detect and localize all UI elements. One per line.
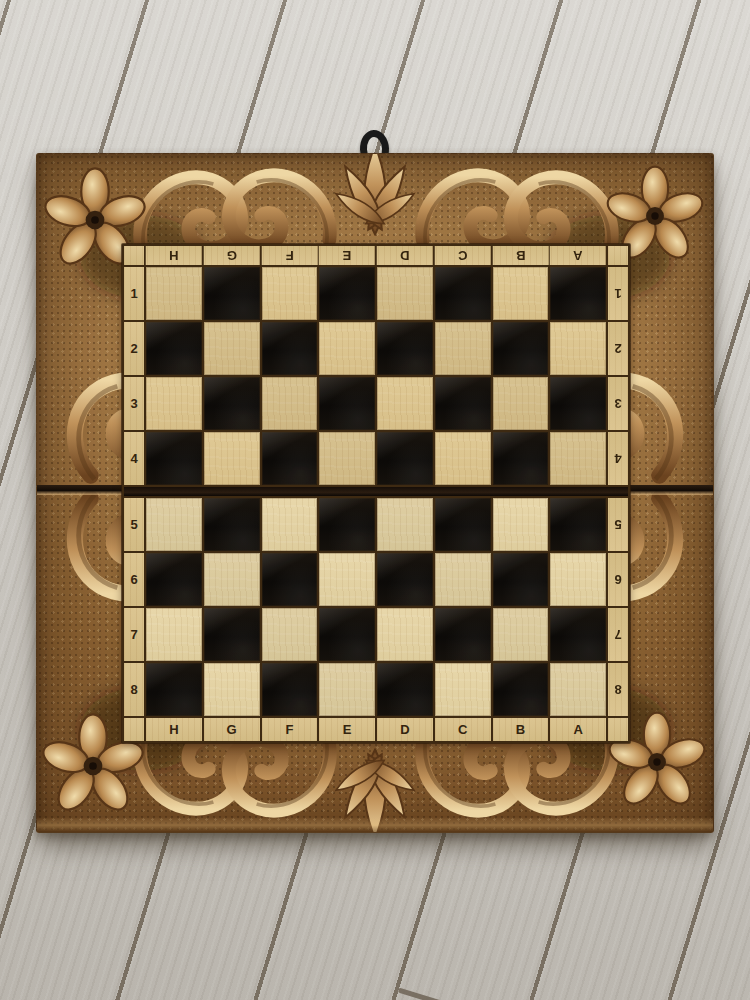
rank-label-right: 5 [608,498,628,551]
board-corner-cell [124,246,144,265]
square-e3[interactable] [319,377,375,430]
square-d2[interactable] [377,322,433,375]
square-a6[interactable] [550,553,606,606]
square-h3[interactable] [146,377,202,430]
square-c6[interactable] [435,553,491,606]
square-b6[interactable] [493,553,549,606]
chessboard: HGFEDCBA1122334455667788HGFEDCBA [122,244,630,743]
square-d5[interactable] [377,498,433,551]
square-h8[interactable] [146,663,202,716]
board-corner-cell [608,246,628,265]
square-b2[interactable] [493,322,549,375]
square-f2[interactable] [262,322,318,375]
rank-label-left: 4 [124,432,144,485]
square-b1[interactable] [493,267,549,320]
rank-label-left: 7 [124,608,144,661]
file-label-top: E [319,246,375,265]
rank-label-right: 1 [608,267,628,320]
file-label-bottom: D [377,718,433,741]
square-b7[interactable] [493,608,549,661]
square-b5[interactable] [493,498,549,551]
square-a5[interactable] [550,498,606,551]
file-label-top: G [204,246,260,265]
square-a4[interactable] [550,432,606,485]
file-label-bottom: B [493,718,549,741]
fold-seam-groove [124,487,628,496]
square-h4[interactable] [146,432,202,485]
square-g3[interactable] [204,377,260,430]
rank-label-left: 8 [124,663,144,716]
file-label-bottom: E [319,718,375,741]
file-label-bottom: C [435,718,491,741]
rank-label-left: 3 [124,377,144,430]
square-c1[interactable] [435,267,491,320]
file-label-top: H [146,246,202,265]
square-f8[interactable] [262,663,318,716]
square-e6[interactable] [319,553,375,606]
square-d8[interactable] [377,663,433,716]
square-g8[interactable] [204,663,260,716]
file-label-top: F [262,246,318,265]
square-g7[interactable] [204,608,260,661]
square-c7[interactable] [435,608,491,661]
square-c8[interactable] [435,663,491,716]
square-c3[interactable] [435,377,491,430]
rank-label-right: 6 [608,553,628,606]
chess-board-case: HGFEDCBA1122334455667788HGFEDCBA [36,153,714,833]
file-label-bottom: A [550,718,606,741]
rank-label-right: 7 [608,608,628,661]
square-a2[interactable] [550,322,606,375]
file-label-bottom: F [262,718,318,741]
square-a3[interactable] [550,377,606,430]
square-h6[interactable] [146,553,202,606]
file-label-top: A [550,246,606,265]
board-corner-cell [608,718,628,741]
file-label-bottom: G [204,718,260,741]
square-e7[interactable] [319,608,375,661]
square-b3[interactable] [493,377,549,430]
rank-label-left: 6 [124,553,144,606]
square-f3[interactable] [262,377,318,430]
square-h1[interactable] [146,267,202,320]
square-c4[interactable] [435,432,491,485]
square-f7[interactable] [262,608,318,661]
square-f6[interactable] [262,553,318,606]
square-h2[interactable] [146,322,202,375]
file-label-top: D [377,246,433,265]
board-corner-cell [124,718,144,741]
square-a8[interactable] [550,663,606,716]
square-h5[interactable] [146,498,202,551]
square-e4[interactable] [319,432,375,485]
square-d7[interactable] [377,608,433,661]
square-f5[interactable] [262,498,318,551]
square-g2[interactable] [204,322,260,375]
rank-label-right: 3 [608,377,628,430]
square-a7[interactable] [550,608,606,661]
square-g1[interactable] [204,267,260,320]
square-g4[interactable] [204,432,260,485]
square-e1[interactable] [319,267,375,320]
square-d6[interactable] [377,553,433,606]
square-e2[interactable] [319,322,375,375]
square-e5[interactable] [319,498,375,551]
square-b4[interactable] [493,432,549,485]
square-d3[interactable] [377,377,433,430]
file-label-top: B [493,246,549,265]
rank-label-left: 2 [124,322,144,375]
square-h7[interactable] [146,608,202,661]
square-a1[interactable] [550,267,606,320]
file-label-bottom: H [146,718,202,741]
rank-label-left: 1 [124,267,144,320]
square-c5[interactable] [435,498,491,551]
square-f1[interactable] [262,267,318,320]
file-label-top: C [435,246,491,265]
rank-label-left: 5 [124,498,144,551]
square-d1[interactable] [377,267,433,320]
square-f4[interactable] [262,432,318,485]
rank-label-right: 8 [608,663,628,716]
photo-scene: HGFEDCBA1122334455667788HGFEDCBA [0,0,750,1000]
square-c2[interactable] [435,322,491,375]
rank-label-right: 4 [608,432,628,485]
rank-label-right: 2 [608,322,628,375]
square-b8[interactable] [493,663,549,716]
square-g6[interactable] [204,553,260,606]
square-g5[interactable] [204,498,260,551]
square-d4[interactable] [377,432,433,485]
square-e8[interactable] [319,663,375,716]
